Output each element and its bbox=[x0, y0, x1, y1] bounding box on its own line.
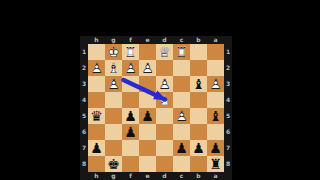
rank-labels-left: 12345678 bbox=[80, 44, 88, 172]
piece-glyph: ♜ bbox=[207, 156, 224, 172]
white-pawn[interactable]: ♟♙ bbox=[173, 108, 190, 124]
piece-outline: ♙ bbox=[122, 60, 139, 76]
square-e3[interactable] bbox=[139, 76, 156, 92]
square-c8[interactable] bbox=[173, 156, 190, 172]
rank-label-3: 3 bbox=[80, 76, 88, 92]
square-f8[interactable] bbox=[122, 156, 139, 172]
piece-glyph: ♟ bbox=[122, 124, 139, 140]
rank-label-6: 6 bbox=[224, 124, 232, 140]
square-a7[interactable]: ♟ bbox=[207, 140, 224, 156]
file-labels-top: hgfedcba bbox=[88, 36, 224, 44]
file-label-d: d bbox=[156, 36, 173, 44]
square-b1[interactable] bbox=[190, 44, 207, 60]
piece-outline: ♖ bbox=[173, 44, 190, 60]
black-king[interactable]: ♚ bbox=[105, 156, 122, 172]
square-f1[interactable]: ♜♖ bbox=[122, 44, 139, 60]
square-a4[interactable] bbox=[207, 92, 224, 108]
square-h7[interactable]: ♟ bbox=[88, 140, 105, 156]
square-f6[interactable]: ♟ bbox=[122, 124, 139, 140]
piece-outline: ♖ bbox=[122, 44, 139, 60]
rank-label-1: 1 bbox=[80, 44, 88, 60]
black-pawn[interactable]: ♟ bbox=[122, 124, 139, 140]
square-d5[interactable] bbox=[156, 108, 173, 124]
square-h5[interactable]: ♛ bbox=[88, 108, 105, 124]
square-c7[interactable]: ♟ bbox=[173, 140, 190, 156]
square-e7[interactable] bbox=[139, 140, 156, 156]
square-d7[interactable] bbox=[156, 140, 173, 156]
file-label-g: g bbox=[105, 36, 122, 44]
square-e6[interactable] bbox=[139, 124, 156, 140]
white-pawn[interactable]: ♟♙ bbox=[207, 76, 224, 92]
square-d4[interactable]: ♞♘ bbox=[156, 92, 173, 108]
black-pawn[interactable]: ♟ bbox=[190, 140, 207, 156]
file-label-a: a bbox=[207, 172, 224, 180]
black-bishop[interactable]: ♝ bbox=[190, 76, 207, 92]
file-label-f: f bbox=[122, 36, 139, 44]
square-b2[interactable] bbox=[190, 60, 207, 76]
file-label-h: h bbox=[88, 172, 105, 180]
rank-label-4: 4 bbox=[224, 92, 232, 108]
file-label-c: c bbox=[173, 172, 190, 180]
square-c6[interactable] bbox=[173, 124, 190, 140]
rank-label-7: 7 bbox=[224, 140, 232, 156]
square-a6[interactable] bbox=[207, 124, 224, 140]
piece-outline: ♕ bbox=[156, 44, 173, 60]
black-pawn[interactable]: ♟ bbox=[207, 140, 224, 156]
square-g8[interactable]: ♚ bbox=[105, 156, 122, 172]
piece-glyph: ♟ bbox=[190, 140, 207, 156]
square-c1[interactable]: ♜♖ bbox=[173, 44, 190, 60]
square-h2[interactable]: ♟♙ bbox=[88, 60, 105, 76]
file-label-a: a bbox=[207, 36, 224, 44]
square-h6[interactable] bbox=[88, 124, 105, 140]
black-bishop[interactable]: ♝ bbox=[207, 108, 224, 124]
piece-glyph: ♟ bbox=[139, 108, 156, 124]
file-label-f: f bbox=[122, 172, 139, 180]
rank-label-6: 6 bbox=[80, 124, 88, 140]
white-pawn[interactable]: ♟♙ bbox=[105, 76, 122, 92]
rank-label-8: 8 bbox=[224, 156, 232, 172]
file-label-c: c bbox=[173, 36, 190, 44]
square-d3[interactable]: ♟♙ bbox=[156, 76, 173, 92]
rank-label-2: 2 bbox=[224, 60, 232, 76]
piece-outline: ♘ bbox=[156, 92, 173, 108]
white-bishop[interactable]: ♝♗ bbox=[105, 60, 122, 76]
square-b3[interactable]: ♝ bbox=[190, 76, 207, 92]
square-b4[interactable] bbox=[190, 92, 207, 108]
black-pawn[interactable]: ♟ bbox=[173, 140, 190, 156]
square-a3[interactable]: ♟♙ bbox=[207, 76, 224, 92]
file-labels-bottom: hgfedcba bbox=[88, 172, 224, 180]
square-e5[interactable]: ♟ bbox=[139, 108, 156, 124]
white-pawn[interactable]: ♟♙ bbox=[139, 60, 156, 76]
file-label-g: g bbox=[105, 172, 122, 180]
piece-glyph: ♝ bbox=[207, 108, 224, 124]
square-h1[interactable] bbox=[88, 44, 105, 60]
white-king[interactable]: ♚♔ bbox=[105, 44, 122, 60]
square-g5[interactable] bbox=[105, 108, 122, 124]
square-b5[interactable] bbox=[190, 108, 207, 124]
square-f2[interactable]: ♟♙ bbox=[122, 60, 139, 76]
rank-label-3: 3 bbox=[224, 76, 232, 92]
piece-outline: ♙ bbox=[139, 60, 156, 76]
black-rook[interactable]: ♜ bbox=[207, 156, 224, 172]
square-a2[interactable] bbox=[207, 60, 224, 76]
rank-label-5: 5 bbox=[224, 108, 232, 124]
file-label-e: e bbox=[139, 36, 156, 44]
square-d8[interactable] bbox=[156, 156, 173, 172]
piece-glyph: ♚ bbox=[105, 156, 122, 172]
piece-glyph: ♛ bbox=[88, 108, 105, 124]
square-f5[interactable]: ♟ bbox=[122, 108, 139, 124]
square-c5[interactable]: ♟♙ bbox=[173, 108, 190, 124]
piece-glyph: ♟ bbox=[122, 108, 139, 124]
square-a1[interactable] bbox=[207, 44, 224, 60]
square-h3[interactable] bbox=[88, 76, 105, 92]
square-g1[interactable]: ♚♔ bbox=[105, 44, 122, 60]
square-d6[interactable] bbox=[156, 124, 173, 140]
square-h4[interactable] bbox=[88, 92, 105, 108]
square-b7[interactable]: ♟ bbox=[190, 140, 207, 156]
square-h8[interactable] bbox=[88, 156, 105, 172]
file-label-d: d bbox=[156, 172, 173, 180]
square-e2[interactable]: ♟♙ bbox=[139, 60, 156, 76]
square-g3[interactable]: ♟♙ bbox=[105, 76, 122, 92]
file-label-e: e bbox=[139, 172, 156, 180]
square-g6[interactable] bbox=[105, 124, 122, 140]
chess-board-screenshot: hgfedcba 12345678 ♚♔♜♖♛♕♜♖♟♙♝♗♟♙♟♙♟♙♟♙♝♟… bbox=[0, 0, 320, 180]
white-knight[interactable]: ♞♘ bbox=[156, 92, 173, 108]
square-e4[interactable] bbox=[139, 92, 156, 108]
white-pawn[interactable]: ♟♙ bbox=[122, 60, 139, 76]
square-c4[interactable] bbox=[173, 92, 190, 108]
piece-outline: ♙ bbox=[156, 76, 173, 92]
rank-label-4: 4 bbox=[80, 92, 88, 108]
square-c3[interactable] bbox=[173, 76, 190, 92]
chess-board-frame: hgfedcba 12345678 ♚♔♜♖♛♕♜♖♟♙♝♗♟♙♟♙♟♙♟♙♝♟… bbox=[80, 36, 232, 180]
square-g2[interactable]: ♝♗ bbox=[105, 60, 122, 76]
square-f3[interactable] bbox=[122, 76, 139, 92]
piece-outline: ♔ bbox=[105, 44, 122, 60]
piece-glyph: ♟ bbox=[207, 140, 224, 156]
rank-label-5: 5 bbox=[80, 108, 88, 124]
file-label-b: b bbox=[190, 36, 207, 44]
square-e8[interactable] bbox=[139, 156, 156, 172]
piece-outline: ♙ bbox=[207, 76, 224, 92]
rank-labels-right: 12345678 bbox=[224, 44, 232, 172]
black-pawn[interactable]: ♟ bbox=[122, 108, 139, 124]
piece-glyph: ♝ bbox=[190, 76, 207, 92]
file-label-b: b bbox=[190, 172, 207, 180]
square-d2[interactable] bbox=[156, 60, 173, 76]
piece-outline: ♙ bbox=[105, 76, 122, 92]
black-pawn[interactable]: ♟ bbox=[139, 108, 156, 124]
square-g4[interactable] bbox=[105, 92, 122, 108]
rank-label-7: 7 bbox=[80, 140, 88, 156]
white-pawn[interactable]: ♟♙ bbox=[156, 76, 173, 92]
white-rook[interactable]: ♜♖ bbox=[173, 44, 190, 60]
black-queen[interactable]: ♛ bbox=[88, 108, 105, 124]
white-pawn[interactable]: ♟♙ bbox=[88, 60, 105, 76]
square-d1[interactable]: ♛♕ bbox=[156, 44, 173, 60]
piece-outline: ♗ bbox=[105, 60, 122, 76]
piece-outline: ♙ bbox=[88, 60, 105, 76]
square-a8[interactable]: ♜ bbox=[207, 156, 224, 172]
square-b6[interactable] bbox=[190, 124, 207, 140]
rank-label-1: 1 bbox=[224, 44, 232, 60]
rank-label-8: 8 bbox=[80, 156, 88, 172]
square-g7[interactable] bbox=[105, 140, 122, 156]
white-rook[interactable]: ♜♖ bbox=[122, 44, 139, 60]
piece-glyph: ♟ bbox=[88, 140, 105, 156]
rank-label-2: 2 bbox=[80, 60, 88, 76]
square-a5[interactable]: ♝ bbox=[207, 108, 224, 124]
file-label-h: h bbox=[88, 36, 105, 44]
piece-glyph: ♟ bbox=[173, 140, 190, 156]
square-b8[interactable] bbox=[190, 156, 207, 172]
white-queen[interactable]: ♛♕ bbox=[156, 44, 173, 60]
square-f4[interactable] bbox=[122, 92, 139, 108]
square-c2[interactable] bbox=[173, 60, 190, 76]
square-e1[interactable] bbox=[139, 44, 156, 60]
piece-outline: ♙ bbox=[173, 108, 190, 124]
square-f7[interactable] bbox=[122, 140, 139, 156]
chess-board: ♚♔♜♖♛♕♜♖♟♙♝♗♟♙♟♙♟♙♟♙♝♟♙♞♘♛♟♟♟♙♝♟♟♟♟♟♚♜ bbox=[88, 44, 224, 172]
black-pawn[interactable]: ♟ bbox=[88, 140, 105, 156]
